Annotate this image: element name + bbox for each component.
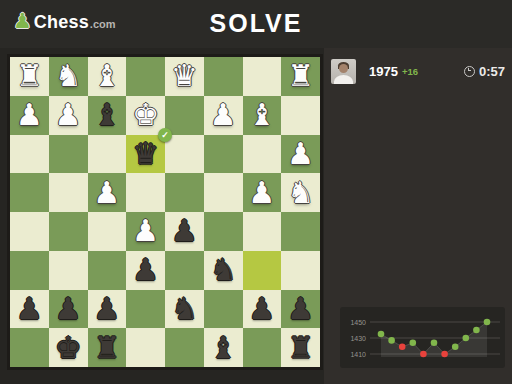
square-f1[interactable]: ♝ [88, 57, 127, 96]
piece-white-pawn[interactable]: ♟ [132, 216, 159, 246]
square-d5[interactable]: ♟ [165, 212, 204, 251]
square-g5[interactable] [49, 212, 88, 251]
square-e1[interactable] [126, 57, 165, 96]
clock-icon [464, 66, 475, 77]
piece-white-rook[interactable]: ♜ [287, 61, 314, 91]
square-a5[interactable] [281, 212, 320, 251]
square-a8[interactable]: ♜ [281, 328, 320, 367]
app-screen: ♟ Chess .com SOLVE ♜♞♝♛♜♟♟♝♚♟♝♛✓♟♟♟♞♟♟♟♞… [0, 0, 512, 384]
piece-white-pawn[interactable]: ♟ [248, 178, 275, 208]
piece-black-pawn[interactable]: ♟ [171, 216, 198, 246]
square-d6[interactable] [165, 251, 204, 290]
piece-black-pawn[interactable]: ♟ [55, 294, 82, 324]
square-g8[interactable]: ♚ [49, 328, 88, 367]
square-b6[interactable] [243, 251, 282, 290]
chart-ytick-label: 1410 [350, 351, 366, 358]
square-b5[interactable] [243, 212, 282, 251]
correct-move-badge: ✓ [158, 128, 172, 142]
square-c7[interactable] [204, 290, 243, 329]
piece-white-pawn[interactable]: ♟ [16, 100, 43, 130]
board-area: ♜♞♝♛♜♟♟♝♚♟♝♛✓♟♟♟♞♟♟♟♞♟♟♟♞♟♟♚♜♝♜ [0, 48, 324, 384]
time-remaining: 0:57 [479, 64, 505, 79]
chart-point [399, 344, 406, 351]
square-a7[interactable]: ♟ [281, 290, 320, 329]
piece-black-queen[interactable]: ♛ [132, 139, 159, 169]
square-c3[interactable] [204, 135, 243, 174]
avatar-torso [334, 75, 353, 84]
square-f8[interactable]: ♜ [88, 328, 127, 367]
chess-board[interactable]: ♜♞♝♛♜♟♟♝♚♟♝♛✓♟♟♟♞♟♟♟♞♟♟♟♞♟♟♚♜♝♜ [7, 54, 323, 370]
square-f5[interactable] [88, 212, 127, 251]
square-b2[interactable]: ♝ [243, 96, 282, 135]
square-b1[interactable] [243, 57, 282, 96]
square-g6[interactable] [49, 251, 88, 290]
square-e8[interactable] [126, 328, 165, 367]
chart-point [388, 337, 395, 344]
piece-white-knight[interactable]: ♞ [55, 61, 82, 91]
square-a3[interactable]: ♟ [281, 135, 320, 174]
chart-ytick-label: 1450 [350, 319, 366, 326]
square-e6[interactable]: ♟ [126, 251, 165, 290]
square-f4[interactable]: ♟ [88, 173, 127, 212]
square-e3[interactable]: ♛✓ [126, 135, 165, 174]
square-h8[interactable] [10, 328, 49, 367]
square-e4[interactable] [126, 173, 165, 212]
piece-black-bishop[interactable]: ♝ [93, 100, 120, 130]
square-e2[interactable]: ♚ [126, 96, 165, 135]
piece-white-pawn[interactable]: ♟ [287, 139, 314, 169]
square-f2[interactable]: ♝ [88, 96, 127, 135]
square-h3[interactable] [10, 135, 49, 174]
square-f3[interactable] [88, 135, 127, 174]
square-g3[interactable] [49, 135, 88, 174]
page-title: SOLVE [0, 9, 512, 38]
square-c1[interactable] [204, 57, 243, 96]
piece-white-king[interactable]: ♚ [132, 100, 159, 130]
square-g7[interactable]: ♟ [49, 290, 88, 329]
square-d7[interactable]: ♞ [165, 290, 204, 329]
piece-white-bishop[interactable]: ♝ [248, 100, 275, 130]
piece-black-pawn[interactable]: ♟ [248, 294, 275, 324]
chart-point [473, 327, 480, 334]
square-g2[interactable]: ♟ [49, 96, 88, 135]
chart-point [378, 331, 385, 338]
rating-chart: 145014301410 [340, 307, 505, 368]
rating-delta-badge: +16 [402, 66, 418, 77]
square-c4[interactable] [204, 173, 243, 212]
piece-black-pawn[interactable]: ♟ [93, 294, 120, 324]
chart-ytick-label: 1430 [350, 335, 366, 342]
piece-white-knight[interactable]: ♞ [287, 178, 314, 208]
piece-black-bishop[interactable]: ♝ [210, 333, 237, 363]
player-row: 1975 +16 0:57 [331, 58, 505, 84]
chart-point [420, 351, 427, 358]
square-h1[interactable]: ♜ [10, 57, 49, 96]
chart-point [410, 340, 417, 347]
square-e5[interactable]: ♟ [126, 212, 165, 251]
square-d3[interactable] [165, 135, 204, 174]
piece-black-king[interactable]: ♚ [55, 333, 82, 363]
square-a4[interactable]: ♞ [281, 173, 320, 212]
square-b8[interactable] [243, 328, 282, 367]
chart-point [463, 335, 470, 342]
rating-chart-card: 145014301410 [340, 307, 505, 368]
square-f6[interactable] [88, 251, 127, 290]
piece-black-pawn[interactable]: ♟ [287, 294, 314, 324]
square-d1[interactable]: ♛ [165, 57, 204, 96]
right-panel: 1975 +16 0:57 145014301410 [324, 48, 512, 384]
square-a1[interactable]: ♜ [281, 57, 320, 96]
square-h2[interactable]: ♟ [10, 96, 49, 135]
piece-white-pawn[interactable]: ♟ [210, 100, 237, 130]
square-h4[interactable] [10, 173, 49, 212]
square-a6[interactable] [281, 251, 320, 290]
square-g4[interactable] [49, 173, 88, 212]
chart-point [441, 351, 448, 358]
piece-white-pawn[interactable]: ♟ [93, 178, 120, 208]
piece-white-rook[interactable]: ♜ [16, 61, 43, 91]
chart-point [452, 344, 459, 351]
square-d2[interactable] [165, 96, 204, 135]
piece-black-pawn[interactable]: ♟ [132, 255, 159, 285]
square-d4[interactable] [165, 173, 204, 212]
square-h6[interactable] [10, 251, 49, 290]
avatar [331, 59, 356, 84]
timer: 0:57 [464, 64, 505, 79]
square-b4[interactable]: ♟ [243, 173, 282, 212]
square-f7[interactable]: ♟ [88, 290, 127, 329]
piece-white-pawn[interactable]: ♟ [55, 100, 82, 130]
piece-black-rook[interactable]: ♜ [287, 333, 314, 363]
avatar-head [339, 64, 348, 73]
piece-black-knight[interactable]: ♞ [210, 255, 237, 285]
header-bar: ♟ Chess .com SOLVE [0, 0, 512, 48]
square-d8[interactable] [165, 328, 204, 367]
puzzle-rating: 1975 [369, 64, 398, 79]
piece-white-bishop[interactable]: ♝ [93, 61, 120, 91]
chart-point [484, 319, 491, 326]
square-g1[interactable]: ♞ [49, 57, 88, 96]
square-c5[interactable] [204, 212, 243, 251]
piece-black-rook[interactable]: ♜ [93, 333, 120, 363]
piece-black-pawn[interactable]: ♟ [16, 294, 43, 324]
chart-point [431, 340, 438, 347]
square-a2[interactable] [281, 96, 320, 135]
square-c2[interactable]: ♟ [204, 96, 243, 135]
piece-black-knight[interactable]: ♞ [171, 294, 198, 324]
square-b7[interactable]: ♟ [243, 290, 282, 329]
square-e7[interactable] [126, 290, 165, 329]
piece-white-queen[interactable]: ♛ [171, 61, 198, 91]
square-c8[interactable]: ♝ [204, 328, 243, 367]
square-h7[interactable]: ♟ [10, 290, 49, 329]
square-b3[interactable] [243, 135, 282, 174]
square-c6[interactable]: ♞ [204, 251, 243, 290]
square-h5[interactable] [10, 212, 49, 251]
